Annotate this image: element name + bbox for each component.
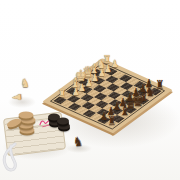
white-rook-2: ♜ (58, 88, 66, 99)
white-pawn-5: ♟ (85, 78, 92, 88)
white-knight-2-offboard: ♞ (21, 77, 30, 89)
black-pawn-8: ♟ (100, 111, 108, 122)
black-rook-1: ♜ (156, 79, 165, 91)
black-knight-2-offboard: ♞ (73, 134, 84, 148)
product-photo-scene: ♜♞♝♛♚♝♜♟♟♟♟♟♟♟♜♞♝♚♛♝♜♟♟♟♟♟♟♟♟♞♟♞ (0, 0, 180, 180)
piece-layer: ♜♞♝♛♚♝♜♟♟♟♟♟♟♟♜♞♝♚♛♝♜♟♟♟♟♟♟♟♟♞♟♞ (0, 0, 180, 180)
white-pawn-7: ♟ (72, 87, 79, 97)
white-pawn-3: ♟ (98, 68, 105, 78)
black-pawn-7: ♟ (107, 106, 115, 117)
white-pawn-8-offboard-lying: ♟ (11, 93, 23, 102)
black-pawn-4: ♟ (126, 92, 134, 103)
black-pawn-2: ♟ (139, 83, 147, 94)
white-pawn-1: ♟ (111, 59, 118, 69)
